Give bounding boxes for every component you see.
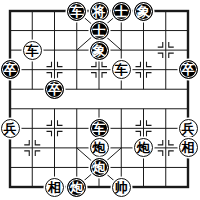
piece-red-chariot[interactable]: 车 — [23, 41, 42, 60]
point-marker — [58, 131, 63, 136]
point-marker — [47, 62, 52, 67]
piece-black-advisor[interactable]: 士 — [90, 21, 109, 40]
piece-red-cannon[interactable]: 炮 — [90, 138, 109, 157]
point-marker — [147, 73, 152, 78]
point-marker — [158, 42, 163, 47]
piece-black-chariot[interactable]: 车 — [67, 2, 86, 21]
point-marker — [136, 131, 141, 136]
point-marker — [47, 120, 52, 125]
point-marker — [24, 151, 29, 156]
point-marker — [136, 120, 141, 125]
piece-black-advisor[interactable]: 士 — [112, 2, 131, 21]
point-marker — [169, 53, 174, 58]
point-marker — [47, 73, 52, 78]
point-marker — [102, 62, 107, 67]
point-marker — [169, 151, 174, 156]
piece-black-general[interactable]: 将 — [90, 2, 109, 21]
point-marker — [147, 120, 152, 125]
piece-red-chariot[interactable]: 车 — [112, 60, 131, 79]
point-marker — [102, 73, 107, 78]
point-marker — [147, 131, 152, 136]
point-marker — [47, 131, 52, 136]
point-marker — [58, 62, 63, 67]
point-marker — [35, 151, 40, 156]
piece-red-soldier[interactable]: 兵 — [179, 119, 198, 138]
piece-red-elephant[interactable]: 相 — [179, 138, 198, 157]
point-marker — [58, 73, 63, 78]
piece-black-soldier[interactable]: 卒 — [179, 60, 198, 79]
point-marker — [58, 120, 63, 125]
point-marker — [35, 140, 40, 145]
point-marker — [91, 73, 96, 78]
piece-black-cannon[interactable]: 炮 — [90, 158, 109, 177]
point-marker — [169, 140, 174, 145]
piece-black-soldier[interactable]: 卒 — [1, 60, 20, 79]
piece-red-elephant[interactable]: 相 — [45, 178, 64, 197]
piece-red-general[interactable]: 帅 — [112, 178, 131, 197]
point-marker — [169, 42, 174, 47]
piece-black-chariot[interactable]: 车 — [90, 119, 109, 138]
point-marker — [158, 140, 163, 145]
point-marker — [147, 62, 152, 67]
point-marker — [136, 73, 141, 78]
xiangqi-board: 车将士象士车象卒车卒卒兵车兵炮炮相炮相炮帅 — [0, 0, 200, 200]
piece-black-cannon[interactable]: 炮 — [67, 178, 86, 197]
point-marker — [158, 151, 163, 156]
piece-red-soldier[interactable]: 兵 — [1, 119, 20, 138]
point-marker — [91, 62, 96, 67]
piece-black-elephant[interactable]: 象 — [134, 2, 153, 21]
point-marker — [158, 53, 163, 58]
piece-black-soldier[interactable]: 卒 — [45, 80, 64, 99]
piece-black-elephant[interactable]: 象 — [90, 41, 109, 60]
point-marker — [136, 62, 141, 67]
point-marker — [24, 140, 29, 145]
